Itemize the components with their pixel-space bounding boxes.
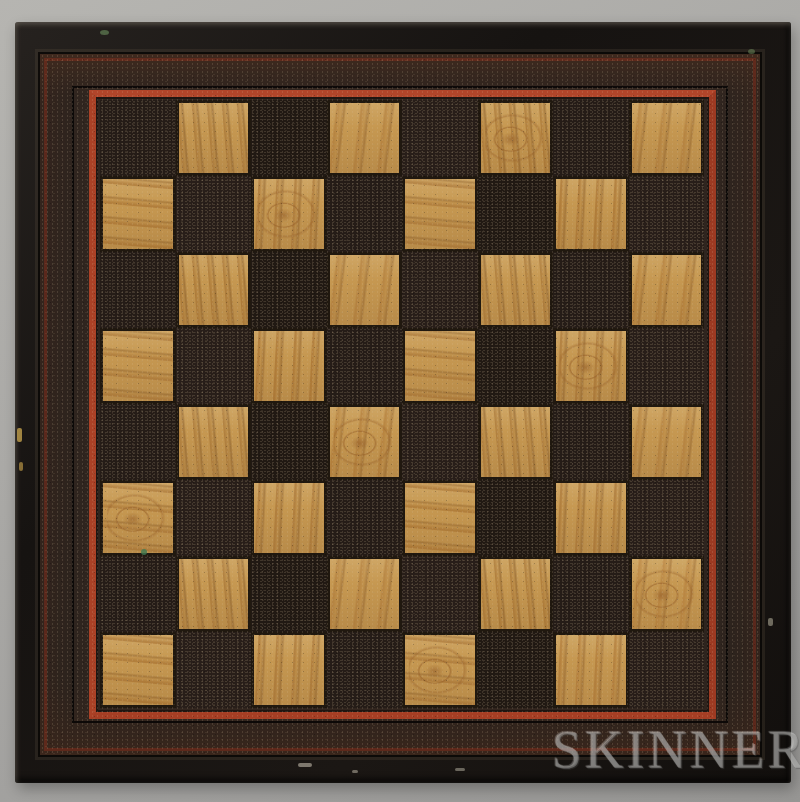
board-square-g6: [553, 252, 629, 328]
board-square-a8: [100, 100, 176, 176]
board-square-g4: [553, 404, 629, 480]
board-square-c7: [251, 176, 327, 252]
board-square-g2: [553, 556, 629, 632]
board-square-e8: [402, 100, 478, 176]
board-square-a3: [100, 480, 176, 556]
board-square-g3: [553, 480, 629, 556]
board-square-b2: [176, 556, 252, 632]
board-square-b3: [176, 480, 252, 556]
board-square-c1: [251, 632, 327, 708]
board-square-e7: [402, 176, 478, 252]
board-square-h1: [629, 632, 705, 708]
board-square-d6: [327, 252, 403, 328]
board-square-a7: [100, 176, 176, 252]
board-square-d2: [327, 556, 403, 632]
board-square-c4: [251, 404, 327, 480]
board-square-d3: [327, 480, 403, 556]
board-square-a4: [100, 404, 176, 480]
board-square-h4: [629, 404, 705, 480]
board-square-f8: [478, 100, 554, 176]
board-square-e3: [402, 480, 478, 556]
board-square-c3: [251, 480, 327, 556]
board-square-b1: [176, 632, 252, 708]
board-square-f3: [478, 480, 554, 556]
board-square-e4: [402, 404, 478, 480]
painted-border-margin: [40, 54, 760, 755]
board-square-d4: [327, 404, 403, 480]
board-square-d8: [327, 100, 403, 176]
board-square-e2: [402, 556, 478, 632]
board-square-e6: [402, 252, 478, 328]
board-square-f6: [478, 252, 554, 328]
board-square-b4: [176, 404, 252, 480]
board-square-d7: [327, 176, 403, 252]
board-square-b5: [176, 328, 252, 404]
board-square-a5: [100, 328, 176, 404]
board-square-h6: [629, 252, 705, 328]
board-square-c6: [251, 252, 327, 328]
board-square-d1: [327, 632, 403, 708]
board-square-h8: [629, 100, 705, 176]
board-square-b7: [176, 176, 252, 252]
board-frame: [15, 22, 791, 783]
auction-photo: SKINNER: [0, 0, 800, 802]
board-square-f1: [478, 632, 554, 708]
board-square-a1: [100, 632, 176, 708]
board-square-f5: [478, 328, 554, 404]
board-square-e5: [402, 328, 478, 404]
board-square-b8: [176, 100, 252, 176]
board-square-g1: [553, 632, 629, 708]
checkerboard: [100, 100, 704, 708]
board-square-f2: [478, 556, 554, 632]
board-square-h2: [629, 556, 705, 632]
board-square-d5: [327, 328, 403, 404]
board-square-h5: [629, 328, 705, 404]
board-square-a6: [100, 252, 176, 328]
board-square-e1: [402, 632, 478, 708]
board-square-b6: [176, 252, 252, 328]
board-square-f4: [478, 404, 554, 480]
board-square-g5: [553, 328, 629, 404]
board-square-c8: [251, 100, 327, 176]
board-square-a2: [100, 556, 176, 632]
red-border-band: [89, 90, 716, 719]
board-square-c5: [251, 328, 327, 404]
board-square-h7: [629, 176, 705, 252]
board-square-h3: [629, 480, 705, 556]
board-square-g8: [553, 100, 629, 176]
board-square-g7: [553, 176, 629, 252]
board-square-f7: [478, 176, 554, 252]
board-square-c2: [251, 556, 327, 632]
